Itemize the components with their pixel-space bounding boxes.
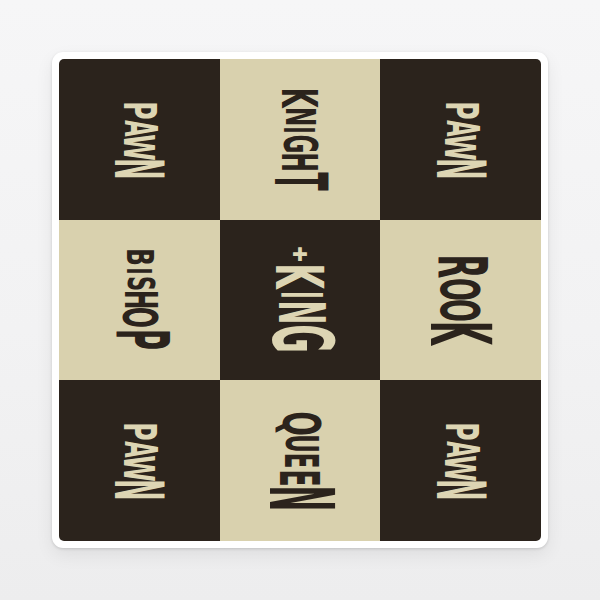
piece-letter: I (284, 292, 316, 300)
piece-letter: N (113, 158, 165, 180)
piece-letter: N (435, 158, 487, 180)
piece-letter: N (267, 485, 334, 511)
piece-letter: S (126, 276, 153, 291)
piece-pawn: PAWN (126, 421, 152, 500)
piece-letter: O (440, 279, 482, 302)
chess-board: PAWN KNIGHT PAWN BISHOP ✚KING ROOK PAWN … (59, 59, 541, 541)
board-square-r1c1[interactable]: ✚KING (220, 220, 381, 381)
piece-letter: P (108, 329, 171, 350)
piece-letter: U (284, 434, 316, 453)
piece-letter: K (274, 264, 326, 290)
board-square-r2c0[interactable]: PAWN (59, 380, 220, 541)
piece-bishop: BISHOP (129, 248, 150, 352)
piece-letter: W (440, 134, 481, 160)
piece-letter: N (275, 301, 326, 325)
board-square-r0c0[interactable]: PAWN (59, 59, 220, 220)
piece-letter: P (120, 101, 158, 119)
board-square-r0c1[interactable]: KNIGHT (220, 59, 381, 220)
piece-letter: W (119, 134, 160, 160)
piece-letter: Q (279, 411, 320, 436)
piece-letter: O (121, 307, 157, 328)
piece-letter: K (428, 321, 493, 345)
piece-queen: QUEEN (287, 412, 313, 510)
board-square-r1c2[interactable]: ROOK (380, 220, 541, 381)
piece-rook: ROOK (449, 254, 473, 345)
piece-letter: E (280, 469, 320, 486)
piece-letter: H (280, 152, 320, 171)
piece-letter: K (280, 87, 320, 107)
board-square-r0c2[interactable]: PAWN (380, 59, 541, 220)
sticker-card: PAWN KNIGHT PAWN BISHOP ✚KING ROOK PAWN … (52, 52, 548, 548)
piece-letter: W (119, 455, 160, 481)
page-background: PAWN KNIGHT PAWN BISHOP ✚KING ROOK PAWN … (0, 0, 600, 600)
piece-king: ✚KING (286, 246, 315, 353)
board-square-r2c1[interactable]: QUEEN (220, 380, 381, 541)
piece-letter: G (265, 325, 335, 354)
piece-letter: N (285, 107, 316, 126)
piece-letter: N (113, 479, 165, 501)
board-square-r2c2[interactable]: PAWN (380, 380, 541, 541)
piece-letter: P (442, 422, 480, 440)
piece-letter: N (435, 479, 487, 501)
piece-letter: I (130, 267, 148, 274)
cross-ornament-icon: ✚ (292, 246, 308, 263)
piece-pawn: PAWN (126, 100, 152, 179)
piece-letter: R (433, 255, 488, 279)
piece-letter: O (440, 300, 482, 323)
piece-letter: E (283, 452, 317, 468)
piece-letter: P (120, 422, 158, 440)
piece-knight: KNIGHT (290, 87, 310, 192)
piece-letter: W (440, 455, 481, 481)
piece-pawn: PAWN (447, 100, 473, 179)
piece-letter: G (282, 134, 318, 153)
piece-letter: P (442, 101, 480, 119)
piece-letter: B (125, 248, 154, 266)
piece-letter: I (289, 126, 311, 133)
piece-letter: T (272, 172, 329, 190)
piece-pawn: PAWN (447, 421, 473, 500)
board-square-r1c0[interactable]: BISHOP (59, 220, 220, 381)
